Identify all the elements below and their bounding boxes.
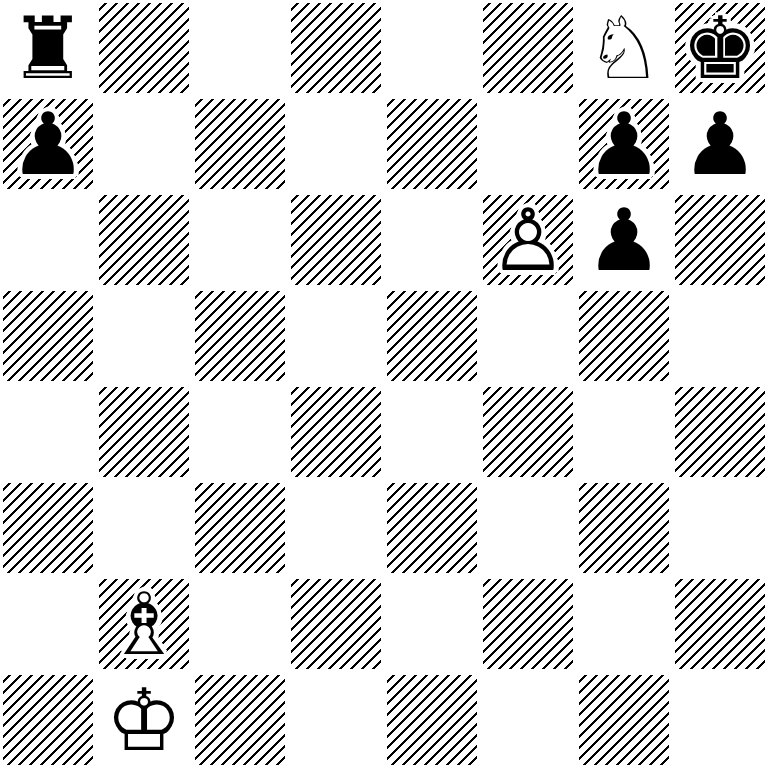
square-f6[interactable]: ♟♙ <box>480 192 576 288</box>
square-h3[interactable] <box>672 480 768 576</box>
square-b1[interactable]: ♚♔ <box>96 672 192 768</box>
piece-black-pawn: ♟ <box>576 192 672 288</box>
square-c2[interactable] <box>192 576 288 672</box>
chess-board: ♜♜♞♘♚♚♟♟♟♟♟♟♟♙♟♟♝♗♚♔ <box>0 0 768 768</box>
square-f1[interactable] <box>480 672 576 768</box>
square-e2[interactable] <box>384 576 480 672</box>
square-a4[interactable] <box>0 384 96 480</box>
square-g4[interactable] <box>576 384 672 480</box>
square-h2[interactable] <box>672 576 768 672</box>
square-h5[interactable] <box>672 288 768 384</box>
square-g3[interactable] <box>576 480 672 576</box>
piece-white-bishop: ♗ <box>96 576 192 672</box>
square-b3[interactable] <box>96 480 192 576</box>
square-a5[interactable] <box>0 288 96 384</box>
piece-black-pawn: ♟ <box>0 96 96 192</box>
square-a1[interactable] <box>0 672 96 768</box>
square-h8[interactable]: ♚♚ <box>672 0 768 96</box>
square-g1[interactable] <box>576 672 672 768</box>
piece-white-king: ♔ <box>96 672 192 768</box>
square-d4[interactable] <box>288 384 384 480</box>
square-a7[interactable]: ♟♟ <box>0 96 96 192</box>
square-b7[interactable] <box>96 96 192 192</box>
square-c4[interactable] <box>192 384 288 480</box>
square-b5[interactable] <box>96 288 192 384</box>
square-h6[interactable] <box>672 192 768 288</box>
square-e7[interactable] <box>384 96 480 192</box>
square-g6[interactable]: ♟♟ <box>576 192 672 288</box>
square-d6[interactable] <box>288 192 384 288</box>
square-c6[interactable] <box>192 192 288 288</box>
square-e5[interactable] <box>384 288 480 384</box>
square-c7[interactable] <box>192 96 288 192</box>
square-h1[interactable] <box>672 672 768 768</box>
square-c3[interactable] <box>192 480 288 576</box>
square-f3[interactable] <box>480 480 576 576</box>
square-e6[interactable] <box>384 192 480 288</box>
square-a3[interactable] <box>0 480 96 576</box>
square-a2[interactable] <box>0 576 96 672</box>
square-f5[interactable] <box>480 288 576 384</box>
square-d3[interactable] <box>288 480 384 576</box>
square-d8[interactable] <box>288 0 384 96</box>
square-f8[interactable] <box>480 0 576 96</box>
square-b8[interactable] <box>96 0 192 96</box>
square-f4[interactable] <box>480 384 576 480</box>
square-f2[interactable] <box>480 576 576 672</box>
piece-white-pawn: ♙ <box>480 192 576 288</box>
square-d1[interactable] <box>288 672 384 768</box>
square-a8[interactable]: ♜♜ <box>0 0 96 96</box>
square-b6[interactable] <box>96 192 192 288</box>
square-c1[interactable] <box>192 672 288 768</box>
square-c5[interactable] <box>192 288 288 384</box>
square-f7[interactable] <box>480 96 576 192</box>
square-d7[interactable] <box>288 96 384 192</box>
square-d2[interactable] <box>288 576 384 672</box>
square-a6[interactable] <box>0 192 96 288</box>
square-e4[interactable] <box>384 384 480 480</box>
square-g2[interactable] <box>576 576 672 672</box>
piece-black-king: ♚ <box>672 0 768 96</box>
square-c8[interactable] <box>192 0 288 96</box>
piece-black-rook: ♜ <box>0 0 96 96</box>
piece-white-knight: ♘ <box>576 0 672 96</box>
square-g5[interactable] <box>576 288 672 384</box>
square-g8[interactable]: ♞♘ <box>576 0 672 96</box>
square-b4[interactable] <box>96 384 192 480</box>
square-d5[interactable] <box>288 288 384 384</box>
square-b2[interactable]: ♝♗ <box>96 576 192 672</box>
square-e1[interactable] <box>384 672 480 768</box>
square-g7[interactable]: ♟♟ <box>576 96 672 192</box>
square-e3[interactable] <box>384 480 480 576</box>
square-h7[interactable]: ♟♟ <box>672 96 768 192</box>
square-e8[interactable] <box>384 0 480 96</box>
square-h4[interactable] <box>672 384 768 480</box>
piece-black-pawn: ♟ <box>672 96 768 192</box>
piece-black-pawn: ♟ <box>576 96 672 192</box>
